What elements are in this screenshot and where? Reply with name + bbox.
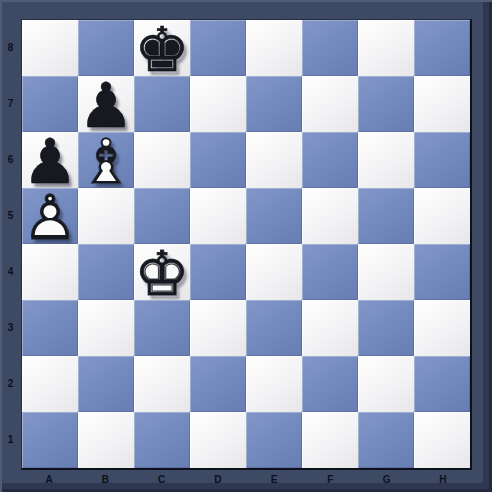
square-a1[interactable]: [22, 412, 78, 468]
square-a8[interactable]: [22, 20, 78, 76]
file-label-f: F: [302, 470, 358, 488]
square-e6[interactable]: [246, 132, 302, 188]
square-a5[interactable]: ♟♙: [22, 188, 78, 244]
square-c2[interactable]: [134, 356, 190, 412]
square-d3[interactable]: [190, 300, 246, 356]
square-c8[interactable]: ♚: [134, 20, 190, 76]
square-h1[interactable]: [414, 412, 470, 468]
square-f3[interactable]: [302, 300, 358, 356]
square-e8[interactable]: [246, 20, 302, 76]
piece-glyph: ♟: [22, 131, 78, 193]
square-b8[interactable]: [78, 20, 134, 76]
square-e4[interactable]: [246, 244, 302, 300]
file-label-c: C: [134, 470, 190, 488]
square-b3[interactable]: [78, 300, 134, 356]
square-d2[interactable]: [190, 356, 246, 412]
square-g2[interactable]: [358, 356, 414, 412]
rank-label-7: 7: [0, 75, 21, 131]
square-b7[interactable]: ♟: [78, 76, 134, 132]
piece-black-pawn[interactable]: ♟: [22, 132, 78, 188]
file-label-h: H: [415, 470, 471, 488]
square-g4[interactable]: [358, 244, 414, 300]
file-label-g: G: [359, 470, 415, 488]
square-d1[interactable]: [190, 412, 246, 468]
piece-white-bishop[interactable]: ♝♗: [78, 132, 134, 188]
square-e5[interactable]: [246, 188, 302, 244]
rank-labels: 87654321: [0, 19, 21, 467]
piece-glyph: ♟: [22, 187, 78, 249]
square-b6[interactable]: ♝♗: [78, 132, 134, 188]
square-c3[interactable]: [134, 300, 190, 356]
square-e2[interactable]: [246, 356, 302, 412]
square-h4[interactable]: [414, 244, 470, 300]
square-f7[interactable]: [302, 76, 358, 132]
square-g8[interactable]: [358, 20, 414, 76]
square-a7[interactable]: [22, 76, 78, 132]
square-f8[interactable]: [302, 20, 358, 76]
board-frame: 87654321 ♚♟♟♝♗♟♙♚♔ ABCDEFGH: [0, 0, 492, 492]
piece-white-pawn[interactable]: ♟♙: [22, 188, 78, 244]
square-g1[interactable]: [358, 412, 414, 468]
square-d5[interactable]: [190, 188, 246, 244]
square-g5[interactable]: [358, 188, 414, 244]
rank-label-1: 1: [0, 411, 21, 467]
square-c6[interactable]: [134, 132, 190, 188]
square-h8[interactable]: [414, 20, 470, 76]
square-f5[interactable]: [302, 188, 358, 244]
square-f6[interactable]: [302, 132, 358, 188]
piece-black-pawn[interactable]: ♟: [78, 76, 134, 132]
square-c4[interactable]: ♚♔: [134, 244, 190, 300]
piece-glyph: ♝: [78, 131, 134, 193]
square-g3[interactable]: [358, 300, 414, 356]
square-h6[interactable]: [414, 132, 470, 188]
square-e1[interactable]: [246, 412, 302, 468]
square-d4[interactable]: [190, 244, 246, 300]
square-b5[interactable]: [78, 188, 134, 244]
square-f2[interactable]: [302, 356, 358, 412]
square-h7[interactable]: [414, 76, 470, 132]
square-g6[interactable]: [358, 132, 414, 188]
piece-glyph: ♟: [78, 75, 134, 137]
square-c7[interactable]: [134, 76, 190, 132]
square-a6[interactable]: ♟: [22, 132, 78, 188]
piece-outline-glyph: ♗: [78, 131, 134, 193]
square-f4[interactable]: [302, 244, 358, 300]
file-label-b: B: [77, 470, 133, 488]
square-d7[interactable]: [190, 76, 246, 132]
chess-board: ♚♟♟♝♗♟♙♚♔: [21, 19, 472, 470]
piece-black-king[interactable]: ♚: [134, 20, 190, 76]
square-h5[interactable]: [414, 188, 470, 244]
square-d6[interactable]: [190, 132, 246, 188]
rank-label-4: 4: [0, 243, 21, 299]
file-label-d: D: [190, 470, 246, 488]
square-a4[interactable]: [22, 244, 78, 300]
square-c1[interactable]: [134, 412, 190, 468]
piece-outline-glyph: ♔: [134, 243, 190, 305]
square-b4[interactable]: [78, 244, 134, 300]
rank-label-8: 8: [0, 19, 21, 75]
rank-label-6: 6: [0, 131, 21, 187]
rank-label-3: 3: [0, 299, 21, 355]
file-label-e: E: [246, 470, 302, 488]
square-e3[interactable]: [246, 300, 302, 356]
piece-glyph: ♚: [134, 243, 190, 305]
square-h2[interactable]: [414, 356, 470, 412]
square-c5[interactable]: [134, 188, 190, 244]
file-label-a: A: [21, 470, 77, 488]
square-g7[interactable]: [358, 76, 414, 132]
piece-outline-glyph: ♙: [22, 187, 78, 249]
square-d8[interactable]: [190, 20, 246, 76]
piece-glyph: ♚: [134, 19, 190, 81]
file-labels: ABCDEFGH: [21, 470, 471, 488]
square-f1[interactable]: [302, 412, 358, 468]
square-a3[interactable]: [22, 300, 78, 356]
rank-label-2: 2: [0, 355, 21, 411]
rank-label-5: 5: [0, 187, 21, 243]
square-b2[interactable]: [78, 356, 134, 412]
piece-white-king[interactable]: ♚♔: [134, 244, 190, 300]
square-b1[interactable]: [78, 412, 134, 468]
square-a2[interactable]: [22, 356, 78, 412]
square-h3[interactable]: [414, 300, 470, 356]
square-e7[interactable]: [246, 76, 302, 132]
